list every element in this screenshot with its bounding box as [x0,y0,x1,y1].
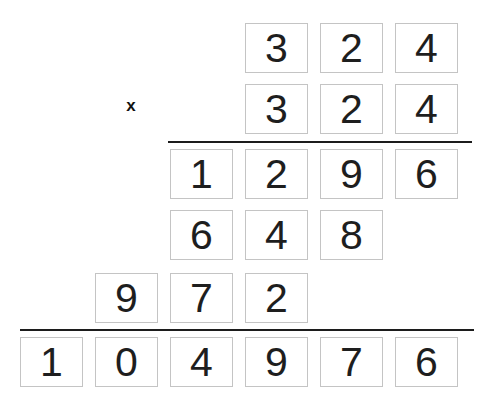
rule-line-lower [20,329,474,331]
digit-cell[interactable]: 9 [245,337,308,387]
partial-product-1-row: 1 2 9 6 [170,149,458,199]
multiply-sign: x [119,96,143,116]
multiplier-row: 3 2 4 [245,84,458,134]
digit-cell[interactable]: 4 [245,210,308,260]
digit-cell[interactable]: 2 [320,84,383,134]
digit-cell[interactable]: 7 [170,273,233,323]
digit-cell[interactable]: 0 [95,337,158,387]
digit-cell[interactable]: 1 [170,149,233,199]
digit-cell[interactable]: 2 [245,273,308,323]
digit-cell[interactable]: 8 [320,210,383,260]
digit-cell[interactable]: 2 [245,149,308,199]
digit-cell[interactable]: 2 [320,23,383,73]
digit-cell[interactable]: 6 [395,149,458,199]
partial-product-2-row: 6 4 8 [170,210,383,260]
digit-cell[interactable]: 4 [170,337,233,387]
digit-cell[interactable]: 6 [170,210,233,260]
multiplicand-row: 3 2 4 [245,23,458,73]
digit-cell[interactable]: 4 [395,23,458,73]
digit-cell[interactable]: 1 [20,337,83,387]
digit-cell[interactable]: 4 [395,84,458,134]
multiplication-worksheet: 3 2 4 x 3 2 4 1 2 9 6 6 4 8 9 7 2 1 0 4 … [0,0,500,409]
product-row: 1 0 4 9 7 6 [20,337,458,387]
digit-cell[interactable]: 7 [320,337,383,387]
digit-cell[interactable]: 3 [245,23,308,73]
rule-line-upper [168,141,472,143]
digit-cell[interactable]: 6 [395,337,458,387]
digit-cell[interactable]: 3 [245,84,308,134]
digit-cell[interactable]: 9 [95,273,158,323]
partial-product-3-row: 9 7 2 [95,273,308,323]
digit-cell[interactable]: 9 [320,149,383,199]
